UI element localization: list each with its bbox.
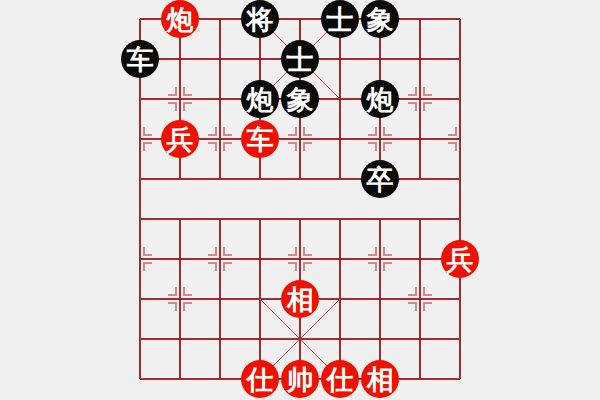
red-chariot[interactable]: 车 — [241, 120, 279, 158]
board-point: 炮 — [240, 79, 280, 119]
board-point: 士 — [320, 0, 360, 39]
black-cannon[interactable]: 炮 — [241, 80, 279, 118]
red-soldier[interactable]: 兵 — [441, 240, 479, 278]
board-point: 仕 — [240, 359, 280, 399]
red-advisor[interactable]: 仕 — [321, 360, 359, 398]
black-cannon[interactable]: 炮 — [361, 80, 399, 118]
black-elephant[interactable]: 象 — [281, 80, 319, 118]
board-point: 仕 — [320, 359, 360, 399]
board-point: 卒 — [360, 159, 400, 199]
board-point: 士 — [280, 39, 320, 79]
board-point: 车 — [120, 39, 160, 79]
black-general[interactable]: 将 — [241, 0, 279, 38]
black-soldier[interactable]: 卒 — [361, 160, 399, 198]
black-advisor[interactable]: 士 — [281, 40, 319, 78]
red-elephant[interactable]: 相 — [361, 360, 399, 398]
board-point: 炮 — [360, 79, 400, 119]
board-point: 相 — [360, 359, 400, 399]
red-general[interactable]: 帅 — [281, 360, 319, 398]
board-point: 帅 — [280, 359, 320, 399]
black-advisor[interactable]: 士 — [321, 0, 359, 38]
black-elephant[interactable]: 象 — [361, 0, 399, 38]
red-cannon[interactable]: 炮 — [161, 0, 199, 38]
xiangqi-board: 炮将士象车士炮象炮兵车卒兵相仕帅仕相 — [0, 0, 600, 400]
red-elephant[interactable]: 相 — [281, 280, 319, 318]
board-point: 炮 — [160, 0, 200, 39]
board-point: 相 — [280, 279, 320, 319]
piece-grid: 炮将士象车士炮象炮兵车卒兵相仕帅仕相 — [120, 0, 480, 399]
black-chariot[interactable]: 车 — [121, 40, 159, 78]
board-point: 兵 — [160, 119, 200, 159]
board-point: 兵 — [440, 239, 480, 279]
board-point: 车 — [240, 119, 280, 159]
red-advisor[interactable]: 仕 — [241, 360, 279, 398]
board-point: 将 — [240, 0, 280, 39]
board-point: 象 — [280, 79, 320, 119]
board-point: 象 — [360, 0, 400, 39]
red-soldier[interactable]: 兵 — [161, 120, 199, 158]
